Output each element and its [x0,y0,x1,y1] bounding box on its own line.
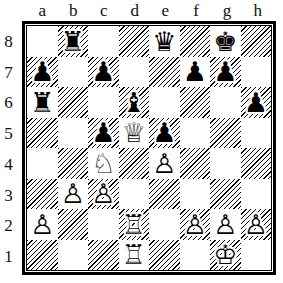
square-g5[interactable] [210,118,241,149]
square-h4[interactable] [241,148,272,179]
square-a2[interactable]: ♙ [27,209,58,240]
square-g1[interactable]: ♔ [210,240,241,271]
piece-white-pawn: ♙ [213,211,237,238]
piece-black-pawn: ♟ [183,58,207,85]
square-g2[interactable]: ♙ [210,209,241,240]
file-label-g: g [212,0,243,20]
piece-white-pawn: ♙ [30,211,54,238]
piece-black-pawn: ♟ [152,119,176,146]
square-f1[interactable] [180,240,211,271]
square-f5[interactable] [180,118,211,149]
rank-label-1: 1 [0,241,17,272]
piece-black-pawn: ♟ [213,58,237,85]
square-h3[interactable] [241,179,272,210]
square-c8[interactable] [88,26,119,57]
piece-white-knight: ♘ [91,150,115,177]
piece-black-pawn: ♟ [91,58,115,85]
file-label-d: d [119,0,150,20]
square-d2[interactable]: ♖ [119,209,150,240]
square-e7[interactable] [149,57,180,88]
square-f6[interactable] [180,87,211,118]
piece-white-pawn: ♙ [61,180,85,207]
square-g3[interactable] [210,179,241,210]
square-g6[interactable] [210,87,241,118]
rank-label-5: 5 [0,118,17,149]
square-d6[interactable]: ♝ [119,87,150,118]
square-f4[interactable] [180,148,211,179]
square-a8[interactable] [27,26,58,57]
piece-black-rook: ♜ [30,89,54,116]
square-b3[interactable]: ♙ [58,179,89,210]
piece-black-bishop: ♝ [122,89,146,116]
rank-label-4: 4 [0,149,17,180]
square-g4[interactable] [210,148,241,179]
square-e8[interactable]: ♛ [149,26,180,57]
square-b2[interactable] [58,209,89,240]
board: ♜♛♚♟♟♟♟♜♝♟♟♕♟♘♙♙♙♙♖♙♙♙♖♔ [26,25,272,271]
square-a3[interactable] [27,179,58,210]
piece-black-pawn: ♟ [244,89,268,116]
square-h8[interactable] [241,26,272,57]
piece-white-rook: ♖ [122,211,146,238]
board-frame: ♜♛♚♟♟♟♟♜♝♟♟♕♟♘♙♙♙♙♖♙♙♙♖♔ [22,21,276,275]
square-b7[interactable] [58,57,89,88]
square-a1[interactable] [27,240,58,271]
square-f8[interactable] [180,26,211,57]
piece-white-queen: ♕ [122,119,146,146]
square-b4[interactable] [58,148,89,179]
square-d1[interactable]: ♖ [119,240,150,271]
square-g7[interactable]: ♟ [210,57,241,88]
piece-black-rook: ♜ [61,28,85,55]
square-b8[interactable]: ♜ [58,26,89,57]
piece-black-king: ♚ [213,28,237,55]
square-f3[interactable] [180,179,211,210]
file-label-e: e [150,0,181,20]
square-d4[interactable] [119,148,150,179]
square-d7[interactable] [119,57,150,88]
piece-black-pawn: ♟ [30,58,54,85]
piece-white-pawn: ♙ [244,211,268,238]
square-h7[interactable] [241,57,272,88]
rank-label-7: 7 [0,57,17,88]
square-c3[interactable]: ♙ [88,179,119,210]
square-e6[interactable] [149,87,180,118]
square-h5[interactable] [241,118,272,149]
square-a4[interactable] [27,148,58,179]
square-d5[interactable]: ♕ [119,118,150,149]
file-label-h: h [242,0,273,20]
square-a5[interactable] [27,118,58,149]
square-a7[interactable]: ♟ [27,57,58,88]
chess-diagram: abcdefgh 87654321 ♜♛♚♟♟♟♟♜♝♟♟♕♟♘♙♙♙♙♖♙♙♙… [0,0,283,283]
square-d3[interactable] [119,179,150,210]
square-h6[interactable]: ♟ [241,87,272,118]
rank-label-6: 6 [0,88,17,119]
square-c6[interactable] [88,87,119,118]
file-label-c: c [89,0,120,20]
square-b6[interactable] [58,87,89,118]
rank-label-2: 2 [0,211,17,242]
square-e3[interactable] [149,179,180,210]
rank-label-8: 8 [0,26,17,57]
piece-white-king: ♔ [213,241,237,268]
file-label-f: f [181,0,212,20]
file-label-a: a [27,0,58,20]
file-label-b: b [58,0,89,20]
square-e5[interactable]: ♟ [149,118,180,149]
square-e4[interactable]: ♙ [149,148,180,179]
piece-white-pawn: ♙ [152,150,176,177]
square-f2[interactable]: ♙ [180,209,211,240]
square-d8[interactable] [119,26,150,57]
square-h2[interactable]: ♙ [241,209,272,240]
piece-black-pawn: ♟ [91,119,115,146]
square-c1[interactable] [88,240,119,271]
square-c5[interactable]: ♟ [88,118,119,149]
rank-labels: 87654321 [0,26,17,272]
square-h1[interactable] [241,240,272,271]
square-b5[interactable] [58,118,89,149]
square-e1[interactable] [149,240,180,271]
square-e2[interactable] [149,209,180,240]
file-labels: abcdefgh [27,0,273,20]
piece-white-rook: ♖ [122,241,146,268]
square-c7[interactable]: ♟ [88,57,119,88]
piece-white-pawn: ♙ [91,180,115,207]
piece-black-queen: ♛ [152,28,176,55]
square-a6[interactable]: ♜ [27,87,58,118]
square-c2[interactable] [88,209,119,240]
rank-label-3: 3 [0,180,17,211]
square-c4[interactable]: ♘ [88,148,119,179]
square-b1[interactable] [58,240,89,271]
piece-white-pawn: ♙ [183,211,207,238]
square-g8[interactable]: ♚ [210,26,241,57]
square-f7[interactable]: ♟ [180,57,211,88]
